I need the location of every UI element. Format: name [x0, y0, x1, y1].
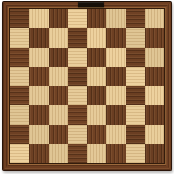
square-r3c4[interactable]	[68, 48, 87, 67]
square-r7c7[interactable]	[126, 125, 145, 144]
square-r3c7[interactable]	[126, 48, 145, 67]
square-r8c2[interactable]	[29, 144, 48, 163]
board-grid	[10, 9, 164, 163]
square-r6c8[interactable]	[145, 105, 164, 124]
square-r4c4[interactable]	[68, 67, 87, 86]
square-r7c2[interactable]	[29, 125, 48, 144]
square-r4c5[interactable]	[87, 67, 106, 86]
square-r1c5[interactable]	[87, 9, 106, 28]
square-r2c4[interactable]	[68, 28, 87, 47]
square-r2c3[interactable]	[49, 28, 68, 47]
square-r8c3[interactable]	[49, 144, 68, 163]
square-r8c1[interactable]	[10, 144, 29, 163]
square-r2c2[interactable]	[29, 28, 48, 47]
square-r1c8[interactable]	[145, 9, 164, 28]
square-r7c5[interactable]	[87, 125, 106, 144]
square-r7c3[interactable]	[49, 125, 68, 144]
square-r7c4[interactable]	[68, 125, 87, 144]
square-r8c8[interactable]	[145, 144, 164, 163]
square-r2c7[interactable]	[126, 28, 145, 47]
square-r2c6[interactable]	[106, 28, 125, 47]
square-r4c6[interactable]	[106, 67, 125, 86]
square-r5c6[interactable]	[106, 86, 125, 105]
square-r5c3[interactable]	[49, 86, 68, 105]
square-r6c6[interactable]	[106, 105, 125, 124]
square-r8c4[interactable]	[68, 144, 87, 163]
square-r8c6[interactable]	[106, 144, 125, 163]
square-r5c2[interactable]	[29, 86, 48, 105]
square-r7c8[interactable]	[145, 125, 164, 144]
square-r6c5[interactable]	[87, 105, 106, 124]
square-r4c1[interactable]	[10, 67, 29, 86]
square-r7c1[interactable]	[10, 125, 29, 144]
brand-plaque-icon	[78, 2, 104, 8]
square-r1c7[interactable]	[126, 9, 145, 28]
square-r6c1[interactable]	[10, 105, 29, 124]
square-r1c3[interactable]	[49, 9, 68, 28]
square-r2c8[interactable]	[145, 28, 164, 47]
square-r6c3[interactable]	[49, 105, 68, 124]
square-r2c5[interactable]	[87, 28, 106, 47]
square-r4c3[interactable]	[49, 67, 68, 86]
square-r1c4[interactable]	[68, 9, 87, 28]
square-r3c3[interactable]	[49, 48, 68, 67]
square-r3c1[interactable]	[10, 48, 29, 67]
square-r6c7[interactable]	[126, 105, 145, 124]
square-r5c5[interactable]	[87, 86, 106, 105]
square-r4c2[interactable]	[29, 67, 48, 86]
square-r4c7[interactable]	[126, 67, 145, 86]
square-r5c7[interactable]	[126, 86, 145, 105]
square-r8c5[interactable]	[87, 144, 106, 163]
square-r1c1[interactable]	[10, 9, 29, 28]
square-r5c4[interactable]	[68, 86, 87, 105]
chess-board	[2, 1, 172, 171]
square-r5c1[interactable]	[10, 86, 29, 105]
square-r1c6[interactable]	[106, 9, 125, 28]
square-r3c2[interactable]	[29, 48, 48, 67]
square-r3c5[interactable]	[87, 48, 106, 67]
square-r7c6[interactable]	[106, 125, 125, 144]
square-r4c8[interactable]	[145, 67, 164, 86]
square-r3c8[interactable]	[145, 48, 164, 67]
photo-background	[0, 0, 174, 174]
square-r6c2[interactable]	[29, 105, 48, 124]
square-r1c2[interactable]	[29, 9, 48, 28]
square-r8c7[interactable]	[126, 144, 145, 163]
square-r2c1[interactable]	[10, 28, 29, 47]
square-r5c8[interactable]	[145, 86, 164, 105]
square-r6c4[interactable]	[68, 105, 87, 124]
square-r3c6[interactable]	[106, 48, 125, 67]
